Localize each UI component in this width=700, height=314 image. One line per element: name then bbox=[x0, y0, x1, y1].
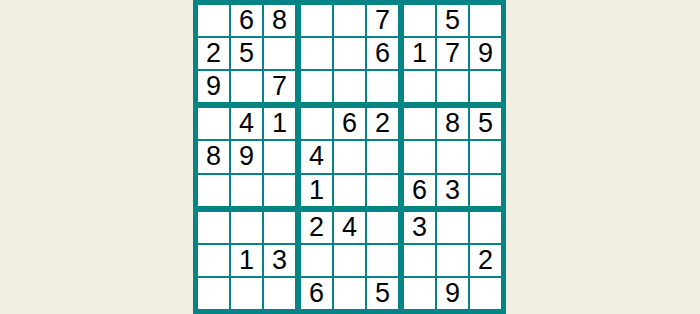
cell-r1c3[interactable]: 8 bbox=[264, 5, 295, 36]
cell-r7c7[interactable]: 3 bbox=[404, 212, 435, 243]
cell-r2c5[interactable] bbox=[334, 38, 365, 69]
cell-r9c1[interactable] bbox=[198, 278, 229, 309]
cell-r1c1[interactable] bbox=[198, 5, 229, 36]
cell-r3c1[interactable]: 9 bbox=[198, 71, 229, 102]
cell-r6c2[interactable] bbox=[231, 175, 262, 206]
cell-r7c5[interactable]: 4 bbox=[334, 212, 365, 243]
cell-r3c2[interactable] bbox=[231, 71, 262, 102]
cell-r8c2[interactable]: 1 bbox=[231, 245, 262, 276]
cell-r3c7[interactable] bbox=[404, 71, 435, 102]
cell-r3c9[interactable] bbox=[470, 71, 501, 102]
cell-r5c4[interactable]: 4 bbox=[301, 141, 332, 172]
cell-r5c1[interactable]: 8 bbox=[198, 141, 229, 172]
cell-r9c4[interactable]: 6 bbox=[301, 278, 332, 309]
cell-r3c4[interactable] bbox=[301, 71, 332, 102]
cell-r8c6[interactable] bbox=[367, 245, 398, 276]
box-1-2: 76 bbox=[301, 5, 398, 102]
cell-r1c5[interactable] bbox=[334, 5, 365, 36]
cell-r8c1[interactable] bbox=[198, 245, 229, 276]
cell-r9c3[interactable] bbox=[264, 278, 295, 309]
cell-r1c9[interactable] bbox=[470, 5, 501, 36]
cell-r9c8[interactable]: 9 bbox=[437, 278, 468, 309]
box-1-1: 682597 bbox=[198, 5, 295, 102]
cell-r6c6[interactable] bbox=[367, 175, 398, 206]
cell-r4c9[interactable]: 5 bbox=[470, 108, 501, 139]
cell-r1c4[interactable] bbox=[301, 5, 332, 36]
sudoku-board: 682597765179418962418563132465329 bbox=[193, 0, 506, 314]
cell-r9c9[interactable] bbox=[470, 278, 501, 309]
box-2-2: 6241 bbox=[301, 108, 398, 205]
cell-r4c6[interactable]: 2 bbox=[367, 108, 398, 139]
cell-r8c3[interactable]: 3 bbox=[264, 245, 295, 276]
cell-r4c5[interactable]: 6 bbox=[334, 108, 365, 139]
cell-r2c4[interactable] bbox=[301, 38, 332, 69]
cell-r5c2[interactable]: 9 bbox=[231, 141, 262, 172]
cell-r8c8[interactable] bbox=[437, 245, 468, 276]
box-3-3: 329 bbox=[404, 212, 501, 309]
cell-r4c2[interactable]: 4 bbox=[231, 108, 262, 139]
cell-r9c5[interactable] bbox=[334, 278, 365, 309]
cell-r4c3[interactable]: 1 bbox=[264, 108, 295, 139]
cell-r4c8[interactable]: 8 bbox=[437, 108, 468, 139]
cell-r2c2[interactable]: 5 bbox=[231, 38, 262, 69]
cell-r1c8[interactable]: 5 bbox=[437, 5, 468, 36]
cell-r1c7[interactable] bbox=[404, 5, 435, 36]
cell-r3c5[interactable] bbox=[334, 71, 365, 102]
cell-r6c4[interactable]: 1 bbox=[301, 175, 332, 206]
cell-r6c5[interactable] bbox=[334, 175, 365, 206]
cell-r7c8[interactable] bbox=[437, 212, 468, 243]
cell-r2c3[interactable] bbox=[264, 38, 295, 69]
box-3-2: 2465 bbox=[301, 212, 398, 309]
cell-r7c4[interactable]: 2 bbox=[301, 212, 332, 243]
cell-r8c7[interactable] bbox=[404, 245, 435, 276]
cell-r7c6[interactable] bbox=[367, 212, 398, 243]
cell-r7c3[interactable] bbox=[264, 212, 295, 243]
cell-r3c3[interactable]: 7 bbox=[264, 71, 295, 102]
cell-r5c3[interactable] bbox=[264, 141, 295, 172]
cell-r6c7[interactable]: 6 bbox=[404, 175, 435, 206]
cell-r5c8[interactable] bbox=[437, 141, 468, 172]
cell-r4c7[interactable] bbox=[404, 108, 435, 139]
cell-r1c6[interactable]: 7 bbox=[367, 5, 398, 36]
box-2-3: 8563 bbox=[404, 108, 501, 205]
cell-r3c8[interactable] bbox=[437, 71, 468, 102]
cell-r2c9[interactable]: 9 bbox=[470, 38, 501, 69]
cell-r9c6[interactable]: 5 bbox=[367, 278, 398, 309]
cell-r9c7[interactable] bbox=[404, 278, 435, 309]
cell-r8c9[interactable]: 2 bbox=[470, 245, 501, 276]
cell-r7c2[interactable] bbox=[231, 212, 262, 243]
cell-r5c7[interactable] bbox=[404, 141, 435, 172]
cell-r2c6[interactable]: 6 bbox=[367, 38, 398, 69]
box-1-3: 5179 bbox=[404, 5, 501, 102]
cell-r6c1[interactable] bbox=[198, 175, 229, 206]
cell-r6c8[interactable]: 3 bbox=[437, 175, 468, 206]
cell-r4c1[interactable] bbox=[198, 108, 229, 139]
cell-r2c7[interactable]: 1 bbox=[404, 38, 435, 69]
cell-r7c1[interactable] bbox=[198, 212, 229, 243]
cell-r2c8[interactable]: 7 bbox=[437, 38, 468, 69]
cell-r6c3[interactable] bbox=[264, 175, 295, 206]
cell-r9c2[interactable] bbox=[231, 278, 262, 309]
cell-r5c9[interactable] bbox=[470, 141, 501, 172]
cell-r5c6[interactable] bbox=[367, 141, 398, 172]
cell-r5c5[interactable] bbox=[334, 141, 365, 172]
cell-r1c2[interactable]: 6 bbox=[231, 5, 262, 36]
box-3-1: 13 bbox=[198, 212, 295, 309]
cell-r6c9[interactable] bbox=[470, 175, 501, 206]
cell-r8c5[interactable] bbox=[334, 245, 365, 276]
cell-r8c4[interactable] bbox=[301, 245, 332, 276]
cell-r2c1[interactable]: 2 bbox=[198, 38, 229, 69]
box-2-1: 4189 bbox=[198, 108, 295, 205]
cell-r3c6[interactable] bbox=[367, 71, 398, 102]
cell-r4c4[interactable] bbox=[301, 108, 332, 139]
cell-r7c9[interactable] bbox=[470, 212, 501, 243]
